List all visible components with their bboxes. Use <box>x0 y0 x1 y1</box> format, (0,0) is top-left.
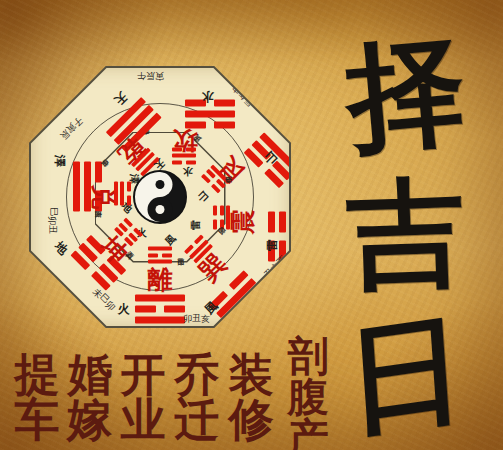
bagua-board-border: 水午辰寅坎水子戌申山申午辰艮山寅子戌雷辰寅子震雷戌申午風酉亥丑巽風卯巳未火亥丑卯… <box>29 66 291 328</box>
yang-line <box>290 212 297 262</box>
element-label-inner-水: 水 <box>183 166 193 176</box>
yin-line <box>279 212 286 233</box>
occasion-column-6: 剖腹产 <box>281 336 335 450</box>
occasion-column-5: 装修 <box>224 352 278 442</box>
yin-line <box>279 241 286 262</box>
occasion-char: 产 <box>288 418 329 450</box>
occasion-column-1: 提车 <box>10 352 64 442</box>
yang-line <box>135 317 185 324</box>
calligraphy-title: 择吉日 <box>338 34 473 438</box>
element-label-澤: 澤 <box>54 155 66 167</box>
yin-dot <box>156 180 165 189</box>
yang-dot <box>156 205 165 214</box>
bagua-board: 水午辰寅坎水子戌申山申午辰艮山寅子戌雷辰寅子震雷戌申午風酉亥丑巽風卯巳未火亥丑卯… <box>31 68 289 326</box>
yang-line <box>73 162 80 212</box>
yin-line <box>213 206 217 216</box>
yin-line <box>213 220 217 230</box>
inner-trigram-離 <box>148 247 172 264</box>
occasion-char: 嫁 <box>68 397 113 442</box>
branch-label-outer-兑: 丑卯巳 <box>64 207 65 234</box>
yin-line <box>186 161 196 165</box>
yang-line <box>172 154 196 158</box>
yin-lobe <box>148 197 173 222</box>
taiji-symbol <box>133 170 187 224</box>
yin-line <box>214 122 235 129</box>
title-char-3: 日 <box>343 306 469 446</box>
occasion-column-2: 婚嫁 <box>63 352 117 442</box>
element-label-天: 天 <box>112 90 129 107</box>
occasion-char: 婚 <box>68 352 113 397</box>
element-label-火: 火 <box>118 303 130 315</box>
yang-lobe <box>148 172 173 197</box>
yang-line <box>148 247 172 251</box>
yin-line <box>162 253 172 257</box>
yin-line <box>268 212 275 233</box>
yin-line <box>148 253 158 257</box>
yin-line <box>186 148 196 152</box>
yin-line <box>220 220 224 230</box>
element-label-地: 地 <box>53 240 70 257</box>
yin-line <box>172 148 182 152</box>
yang-line <box>226 206 230 230</box>
occasion-column-4: 乔迁 <box>170 352 224 442</box>
yang-line <box>121 182 125 206</box>
yang-line <box>135 295 185 302</box>
occasion-char: 装 <box>229 352 274 397</box>
inner-trigram-震 <box>213 206 230 230</box>
title-char-1: 择 <box>341 29 469 163</box>
gua-name-震: 震 <box>230 210 255 235</box>
element-label-inner-雷: 雷 <box>191 220 201 230</box>
inner-trigram-坎 <box>172 148 196 165</box>
occasion-char: 乔 <box>175 352 220 397</box>
occasion-char: 车 <box>15 397 60 442</box>
occasion-column-3: 开业 <box>116 352 170 442</box>
branch-label-outer-震: 辰寅子 <box>283 162 284 189</box>
occasion-char: 迁 <box>175 397 220 442</box>
occasion-char: 剖 <box>288 336 329 377</box>
gua-name-離: 離 <box>148 267 173 292</box>
inner-trigram-兑 <box>114 182 131 206</box>
occasion-char: 业 <box>121 397 166 442</box>
gua-name-兑: 兑 <box>91 185 116 210</box>
yang-line <box>148 260 172 264</box>
yin-line <box>135 306 156 313</box>
yin-line <box>220 206 224 216</box>
yin-line <box>127 196 131 206</box>
outer-trigram-離 <box>135 295 185 324</box>
branch-label-outer-離: 亥丑卯 <box>183 307 210 308</box>
occasion-char: 提 <box>15 352 60 397</box>
occasion-char: 修 <box>229 397 274 442</box>
occasion-char: 开 <box>121 352 166 397</box>
title-char-2: 吉 <box>344 172 466 300</box>
occasion-char: 腹 <box>288 377 329 418</box>
yin-line <box>172 161 182 165</box>
yang-line <box>185 111 235 118</box>
yang-line <box>114 182 118 206</box>
yin-line <box>95 162 102 183</box>
branch-label-outer-坎: 午辰寅 <box>138 88 165 89</box>
element-label-水: 水 <box>202 91 214 103</box>
